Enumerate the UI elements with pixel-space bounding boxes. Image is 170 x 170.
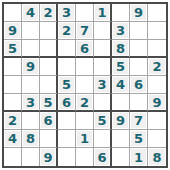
sudoku-cell-r4c4[interactable] bbox=[58, 58, 76, 76]
sudoku-cell-r3c6[interactable] bbox=[94, 40, 112, 58]
sudoku-cell-r2c2[interactable] bbox=[22, 22, 40, 40]
sudoku-cell-r5c7[interactable]: 4 bbox=[112, 76, 130, 94]
sudoku-cell-r1c5[interactable] bbox=[76, 4, 94, 22]
sudoku-cell-r3c9[interactable] bbox=[148, 40, 166, 58]
sudoku-cell-r3c5[interactable]: 6 bbox=[76, 40, 94, 58]
sudoku-cell-r7c2[interactable] bbox=[22, 112, 40, 130]
sudoku-cell-r5c1[interactable] bbox=[4, 76, 22, 94]
sudoku-cell-r2c1[interactable]: 9 bbox=[4, 22, 22, 40]
sudoku-cell-r8c4[interactable] bbox=[58, 130, 76, 148]
sudoku-cell-r6c5[interactable]: 2 bbox=[76, 94, 94, 112]
sudoku-cell-r8c3[interactable] bbox=[40, 130, 58, 148]
sudoku-cell-r2c5[interactable]: 7 bbox=[76, 22, 94, 40]
sudoku-cell-r4c3[interactable] bbox=[40, 58, 58, 76]
sudoku-cell-r8c2[interactable]: 8 bbox=[22, 130, 40, 148]
sudoku-cell-r6c9[interactable]: 9 bbox=[148, 94, 166, 112]
sudoku-cell-r5c3[interactable] bbox=[40, 76, 58, 94]
sudoku-cell-r7c1[interactable]: 2 bbox=[4, 112, 22, 130]
sudoku-cell-r4c8[interactable] bbox=[130, 58, 148, 76]
sudoku-cell-r4c9[interactable]: 2 bbox=[148, 58, 166, 76]
sudoku-cell-r8c8[interactable]: 5 bbox=[130, 130, 148, 148]
sudoku-page: 4231992735689525346356292659748159618 bbox=[0, 0, 170, 170]
sudoku-cell-r3c7[interactable]: 8 bbox=[112, 40, 130, 58]
sudoku-cell-r8c5[interactable]: 1 bbox=[76, 130, 94, 148]
sudoku-cell-r3c4[interactable] bbox=[58, 40, 76, 58]
sudoku-cell-r1c2[interactable]: 4 bbox=[22, 4, 40, 22]
sudoku-cell-r4c2[interactable]: 9 bbox=[22, 58, 40, 76]
sudoku-cell-r7c6[interactable]: 5 bbox=[94, 112, 112, 130]
sudoku-cell-r3c1[interactable]: 5 bbox=[4, 40, 22, 58]
sudoku-cell-r2c9[interactable] bbox=[148, 22, 166, 40]
sudoku-cell-r6c1[interactable] bbox=[4, 94, 22, 112]
sudoku-cell-r3c8[interactable] bbox=[130, 40, 148, 58]
sudoku-cell-r6c4[interactable]: 6 bbox=[58, 94, 76, 112]
sudoku-cell-r6c2[interactable]: 3 bbox=[22, 94, 40, 112]
sudoku-cell-r3c3[interactable] bbox=[40, 40, 58, 58]
sudoku-cell-r3c2[interactable] bbox=[22, 40, 40, 58]
sudoku-cell-r9c8[interactable]: 1 bbox=[130, 148, 148, 166]
sudoku-cell-r9c7[interactable] bbox=[112, 148, 130, 166]
sudoku-cell-r4c1[interactable] bbox=[4, 58, 22, 76]
sudoku-cell-r6c8[interactable] bbox=[130, 94, 148, 112]
sudoku-cell-r9c2[interactable] bbox=[22, 148, 40, 166]
sudoku-cell-r9c1[interactable] bbox=[4, 148, 22, 166]
sudoku-cell-r7c3[interactable]: 6 bbox=[40, 112, 58, 130]
sudoku-cell-r7c8[interactable]: 7 bbox=[130, 112, 148, 130]
sudoku-cell-r1c8[interactable]: 9 bbox=[130, 4, 148, 22]
sudoku-cell-r5c8[interactable]: 6 bbox=[130, 76, 148, 94]
sudoku-cell-r1c1[interactable] bbox=[4, 4, 22, 22]
sudoku-cell-r7c4[interactable] bbox=[58, 112, 76, 130]
sudoku-cell-r6c7[interactable] bbox=[112, 94, 130, 112]
sudoku-cell-r1c6[interactable]: 1 bbox=[94, 4, 112, 22]
sudoku-cell-r5c6[interactable]: 3 bbox=[94, 76, 112, 94]
sudoku-cell-r8c9[interactable] bbox=[148, 130, 166, 148]
sudoku-cell-r2c6[interactable] bbox=[94, 22, 112, 40]
sudoku-cell-r8c7[interactable] bbox=[112, 130, 130, 148]
sudoku-cell-r2c4[interactable]: 2 bbox=[58, 22, 76, 40]
sudoku-cell-r1c4[interactable]: 3 bbox=[58, 4, 76, 22]
sudoku-cell-r5c4[interactable]: 5 bbox=[58, 76, 76, 94]
sudoku-cell-r1c9[interactable] bbox=[148, 4, 166, 22]
sudoku-cell-r9c4[interactable] bbox=[58, 148, 76, 166]
sudoku-cell-r5c5[interactable] bbox=[76, 76, 94, 94]
sudoku-cell-r7c9[interactable] bbox=[148, 112, 166, 130]
sudoku-cell-r1c3[interactable]: 2 bbox=[40, 4, 58, 22]
sudoku-cell-r7c7[interactable]: 9 bbox=[112, 112, 130, 130]
sudoku-cell-r9c3[interactable]: 9 bbox=[40, 148, 58, 166]
sudoku-cell-r2c7[interactable]: 3 bbox=[112, 22, 130, 40]
sudoku-cell-r4c7[interactable]: 5 bbox=[112, 58, 130, 76]
sudoku-cell-r7c5[interactable] bbox=[76, 112, 94, 130]
sudoku-cell-r9c9[interactable]: 8 bbox=[148, 148, 166, 166]
sudoku-cell-r5c2[interactable] bbox=[22, 76, 40, 94]
sudoku-cell-r9c6[interactable]: 6 bbox=[94, 148, 112, 166]
sudoku-cell-r9c5[interactable] bbox=[76, 148, 94, 166]
sudoku-cell-r2c3[interactable] bbox=[40, 22, 58, 40]
sudoku-board: 4231992735689525346356292659748159618 bbox=[2, 2, 168, 168]
sudoku-cell-r6c6[interactable] bbox=[94, 94, 112, 112]
sudoku-cell-r8c6[interactable] bbox=[94, 130, 112, 148]
sudoku-cell-r2c8[interactable] bbox=[130, 22, 148, 40]
sudoku-cell-r5c9[interactable] bbox=[148, 76, 166, 94]
sudoku-cell-r8c1[interactable]: 4 bbox=[4, 130, 22, 148]
sudoku-cell-r4c6[interactable] bbox=[94, 58, 112, 76]
sudoku-cell-r4c5[interactable] bbox=[76, 58, 94, 76]
sudoku-cell-r6c3[interactable]: 5 bbox=[40, 94, 58, 112]
sudoku-cell-r1c7[interactable] bbox=[112, 4, 130, 22]
